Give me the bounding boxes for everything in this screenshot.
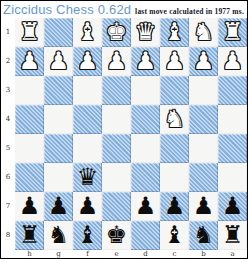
rank-label-7: 7 xyxy=(1,192,15,221)
black-bishop-c8[interactable]: ♝ xyxy=(164,223,186,247)
black-bishop-f8[interactable]: ♝ xyxy=(77,223,99,247)
square-g7[interactable]: ♟ xyxy=(44,192,73,221)
square-a1[interactable]: ♜ xyxy=(218,18,247,47)
black-pawn-h7[interactable]: ♟ xyxy=(19,194,41,218)
black-pawn-d7[interactable]: ♟ xyxy=(135,194,157,218)
square-a3[interactable] xyxy=(218,76,247,105)
black-pawn-f7[interactable]: ♟ xyxy=(77,194,99,218)
square-h1[interactable]: ♜ xyxy=(15,18,44,47)
white-bishop-f1[interactable]: ♝ xyxy=(77,20,99,44)
square-e7[interactable] xyxy=(102,192,131,221)
board[interactable]: ♜♝♚♛♝♞♜♟♟♟♟♟♟♟♟♞♛♟♟♟♟♟♟♟♜♞♝♚♝♞♜ xyxy=(15,18,247,250)
square-a8[interactable]: ♜ xyxy=(218,221,247,250)
square-h7[interactable]: ♟ xyxy=(15,192,44,221)
square-c1[interactable]: ♝ xyxy=(160,18,189,47)
square-e8[interactable]: ♚ xyxy=(102,221,131,250)
square-d3[interactable] xyxy=(131,76,160,105)
square-g6[interactable] xyxy=(44,163,73,192)
square-d6[interactable] xyxy=(131,163,160,192)
square-a7[interactable]: ♟ xyxy=(218,192,247,221)
square-b2[interactable]: ♟ xyxy=(189,47,218,76)
white-pawn-g2[interactable]: ♟ xyxy=(48,49,70,73)
square-e6[interactable] xyxy=(102,163,131,192)
rank-label-1: 1 xyxy=(1,18,15,47)
file-label-f: f xyxy=(73,250,102,258)
black-pawn-c7[interactable]: ♟ xyxy=(164,194,186,218)
white-pawn-d2[interactable]: ♟ xyxy=(135,49,157,73)
square-c4[interactable]: ♞ xyxy=(160,105,189,134)
square-e1[interactable]: ♚ xyxy=(102,18,131,47)
square-f2[interactable]: ♟ xyxy=(73,47,102,76)
square-b3[interactable] xyxy=(189,76,218,105)
board-area: 12345678 ♜♝♚♛♝♞♜♟♟♟♟♟♟♟♟♞♛♟♟♟♟♟♟♟♜♞♝♚♝♞♜ xyxy=(1,18,247,250)
file-label-a: a xyxy=(218,250,247,258)
square-b6[interactable] xyxy=(189,163,218,192)
black-king-e8[interactable]: ♚ xyxy=(106,223,128,247)
white-knight-b1[interactable]: ♞ xyxy=(193,20,215,44)
square-e2[interactable]: ♟ xyxy=(102,47,131,76)
rank-label-4: 4 xyxy=(1,105,15,134)
square-e5[interactable] xyxy=(102,134,131,163)
square-a2[interactable]: ♟ xyxy=(218,47,247,76)
square-a6[interactable] xyxy=(218,163,247,192)
square-h4[interactable] xyxy=(15,105,44,134)
square-c8[interactable]: ♝ xyxy=(160,221,189,250)
rank-label-8: 8 xyxy=(1,221,15,250)
black-queen-f6[interactable]: ♛ xyxy=(77,165,99,189)
white-pawn-f2[interactable]: ♟ xyxy=(77,49,99,73)
square-h3[interactable] xyxy=(15,76,44,105)
file-label-d: d xyxy=(131,250,160,258)
square-g5[interactable] xyxy=(44,134,73,163)
square-d7[interactable]: ♟ xyxy=(131,192,160,221)
black-knight-b8[interactable]: ♞ xyxy=(193,223,215,247)
black-rook-h8[interactable]: ♜ xyxy=(19,223,41,247)
black-knight-g8[interactable]: ♞ xyxy=(48,223,70,247)
white-king-e1[interactable]: ♚ xyxy=(106,20,128,44)
black-rook-a8[interactable]: ♜ xyxy=(222,223,244,247)
square-c7[interactable]: ♟ xyxy=(160,192,189,221)
square-f4[interactable] xyxy=(73,105,102,134)
white-bishop-c1[interactable]: ♝ xyxy=(164,20,186,44)
square-h2[interactable]: ♟ xyxy=(15,47,44,76)
square-a4[interactable] xyxy=(218,105,247,134)
square-e4[interactable] xyxy=(102,105,131,134)
square-c5[interactable] xyxy=(160,134,189,163)
engine-status-text: last move calculated in 1977 ms. xyxy=(135,7,244,16)
square-b8[interactable]: ♞ xyxy=(189,221,218,250)
black-pawn-g7[interactable]: ♟ xyxy=(48,194,70,218)
square-h5[interactable] xyxy=(15,134,44,163)
square-f8[interactable]: ♝ xyxy=(73,221,102,250)
square-g1[interactable] xyxy=(44,18,73,47)
file-label-e: e xyxy=(102,250,131,258)
white-pawn-h2[interactable]: ♟ xyxy=(19,49,41,73)
file-label-h: h xyxy=(15,250,44,258)
square-f5[interactable] xyxy=(73,134,102,163)
file-labels: hgfedcba xyxy=(15,250,247,258)
square-h6[interactable] xyxy=(15,163,44,192)
square-g2[interactable]: ♟ xyxy=(44,47,73,76)
black-pawn-a7[interactable]: ♟ xyxy=(222,194,244,218)
file-label-b: b xyxy=(189,250,218,258)
square-f1[interactable]: ♝ xyxy=(73,18,102,47)
square-c6[interactable] xyxy=(160,163,189,192)
square-d1[interactable]: ♛ xyxy=(131,18,160,47)
square-a5[interactable] xyxy=(218,134,247,163)
white-knight-c4[interactable]: ♞ xyxy=(164,107,186,131)
file-label-g: g xyxy=(44,250,73,258)
white-rook-h1[interactable]: ♜ xyxy=(19,20,41,44)
square-b7[interactable]: ♟ xyxy=(189,192,218,221)
square-b4[interactable] xyxy=(189,105,218,134)
square-d4[interactable] xyxy=(131,105,160,134)
rank-label-5: 5 xyxy=(1,134,15,163)
square-c2[interactable]: ♟ xyxy=(160,47,189,76)
header-bar: Ziccidus Chess 0.62d last move calculate… xyxy=(1,1,247,18)
square-f7[interactable]: ♟ xyxy=(73,192,102,221)
square-d5[interactable] xyxy=(131,134,160,163)
square-g4[interactable] xyxy=(44,105,73,134)
chess-app-window: Ziccidus Chess 0.62d last move calculate… xyxy=(0,0,248,259)
square-g8[interactable]: ♞ xyxy=(44,221,73,250)
white-pawn-a2[interactable]: ♟ xyxy=(222,49,244,73)
square-g3[interactable] xyxy=(44,76,73,105)
white-rook-a1[interactable]: ♜ xyxy=(222,20,244,44)
square-f3[interactable] xyxy=(73,76,102,105)
square-d2[interactable]: ♟ xyxy=(131,47,160,76)
square-f6[interactable]: ♛ xyxy=(73,163,102,192)
rank-label-2: 2 xyxy=(1,47,15,76)
file-label-c: c xyxy=(160,250,189,258)
square-b1[interactable]: ♞ xyxy=(189,18,218,47)
square-c3[interactable] xyxy=(160,76,189,105)
square-b5[interactable] xyxy=(189,134,218,163)
white-pawn-e2[interactable]: ♟ xyxy=(106,49,128,73)
app-title: Ziccidus Chess 0.62d xyxy=(3,2,131,17)
rank-label-3: 3 xyxy=(1,76,15,105)
white-pawn-c2[interactable]: ♟ xyxy=(164,49,186,73)
rank-labels: 12345678 xyxy=(1,18,15,250)
square-h8[interactable]: ♜ xyxy=(15,221,44,250)
white-pawn-b2[interactable]: ♟ xyxy=(193,49,215,73)
square-e3[interactable] xyxy=(102,76,131,105)
white-queen-d1[interactable]: ♛ xyxy=(135,20,157,44)
black-pawn-b7[interactable]: ♟ xyxy=(193,194,215,218)
square-d8[interactable] xyxy=(131,221,160,250)
rank-label-6: 6 xyxy=(1,163,15,192)
